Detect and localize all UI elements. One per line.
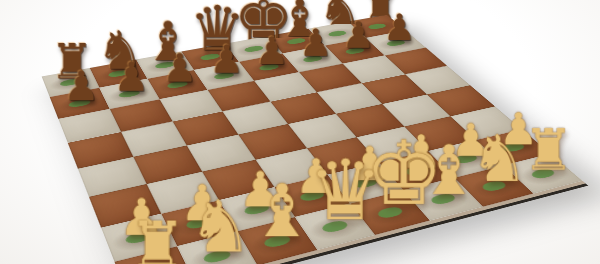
perspective-wrapper: ♜♞♝♛♚♝♞♜♟♟♟♟♟♟♟♟♟♟♟♟♟♟♟♟♜♞♝♛♚♝♞♜ bbox=[0, 0, 600, 264]
chess-set-photo-scene: ♜♞♝♛♚♝♞♜♟♟♟♟♟♟♟♟♟♟♟♟♟♟♟♟♜♞♝♛♚♝♞♜ bbox=[0, 0, 600, 264]
piece-shadow bbox=[122, 255, 189, 264]
piece-shadow bbox=[246, 226, 311, 260]
chess-board: ♜♞♝♛♚♝♞♜♟♟♟♟♟♟♟♟♟♟♟♟♟♟♟♟♜♞♝♛♚♝♞♜ bbox=[42, 15, 583, 264]
piece-shadow bbox=[464, 173, 526, 202]
